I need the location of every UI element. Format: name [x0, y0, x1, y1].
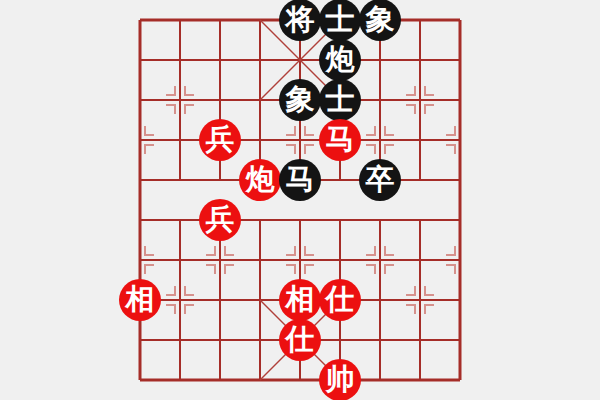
red-advisor-glyph: 仕: [326, 285, 355, 314]
xiangqi-diagram: 将士象炮象士兵马炮马卒兵相相仕仕帅: [0, 0, 600, 400]
red-advisor[interactable]: 仕: [279, 319, 321, 361]
black-horse-glyph: 马: [286, 165, 315, 194]
black-soldier[interactable]: 卒: [359, 159, 401, 201]
black-elephant[interactable]: 象: [359, 0, 401, 41]
red-advisor-glyph: 仕: [286, 325, 315, 354]
black-cannon-glyph: 炮: [326, 45, 355, 74]
black-general[interactable]: 将: [279, 0, 321, 41]
black-advisor[interactable]: 士: [319, 79, 361, 121]
black-elephant-glyph: 象: [286, 85, 315, 114]
red-soldier[interactable]: 兵: [199, 199, 241, 241]
black-advisor-glyph: 士: [326, 85, 355, 114]
red-soldier[interactable]: 兵: [199, 119, 241, 161]
xiangqi-pieces-layer[interactable]: 将士象炮象士兵马炮马卒兵相相仕仕帅: [120, 0, 480, 400]
red-elephant[interactable]: 相: [119, 279, 161, 321]
red-soldier-glyph: 兵: [206, 125, 235, 154]
red-elephant-glyph: 相: [286, 285, 315, 314]
red-elephant[interactable]: 相: [279, 279, 321, 321]
black-advisor[interactable]: 士: [319, 0, 361, 41]
red-advisor[interactable]: 仕: [319, 279, 361, 321]
red-soldier-glyph: 兵: [206, 205, 235, 234]
black-soldier-glyph: 卒: [366, 165, 395, 194]
black-horse[interactable]: 马: [279, 159, 321, 201]
red-horse[interactable]: 马: [319, 119, 361, 161]
red-general-glyph: 帅: [326, 365, 355, 394]
red-general[interactable]: 帅: [319, 359, 361, 400]
red-cannon[interactable]: 炮: [239, 159, 281, 201]
red-cannon-glyph: 炮: [246, 165, 275, 194]
black-cannon[interactable]: 炮: [319, 39, 361, 81]
red-horse-glyph: 马: [326, 125, 355, 154]
black-elephant[interactable]: 象: [279, 79, 321, 121]
black-advisor-glyph: 士: [326, 5, 355, 34]
red-elephant-glyph: 相: [126, 285, 155, 314]
black-elephant-glyph: 象: [366, 5, 395, 34]
black-general-glyph: 将: [286, 5, 315, 34]
